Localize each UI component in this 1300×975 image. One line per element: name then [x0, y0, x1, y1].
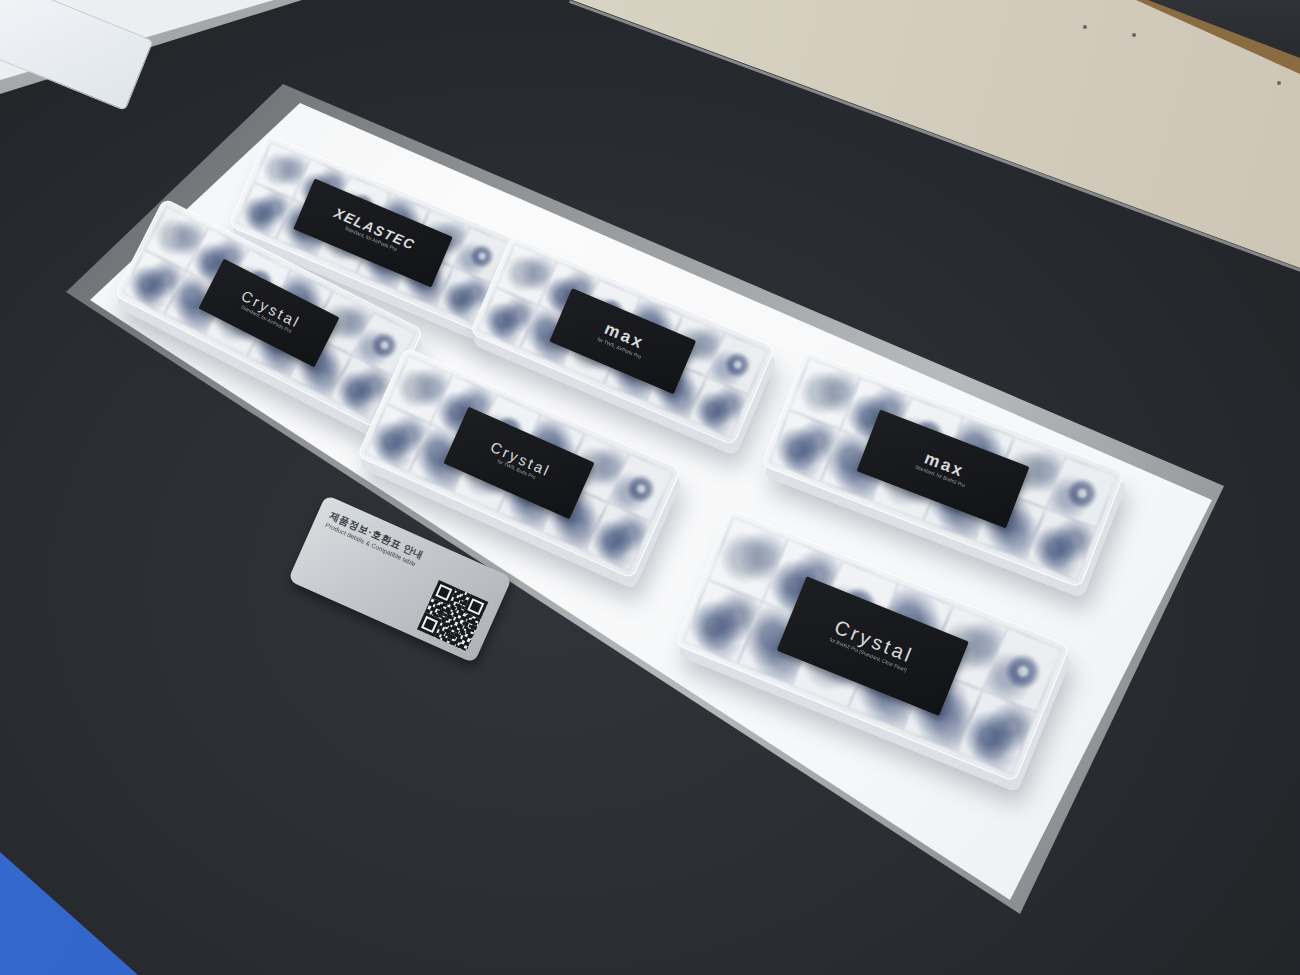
qr-finder-icon — [463, 594, 488, 619]
wall-screw — [1132, 33, 1136, 37]
qr-code-icon — [417, 580, 488, 651]
qr-finder-icon — [431, 580, 456, 605]
qr-finder-icon — [417, 612, 442, 637]
exhibit-photo: 제품정보·호환표 안내 Product details & Compatible… — [0, 0, 1300, 975]
wall-screw — [1277, 81, 1281, 85]
wall-screw — [1083, 25, 1087, 29]
